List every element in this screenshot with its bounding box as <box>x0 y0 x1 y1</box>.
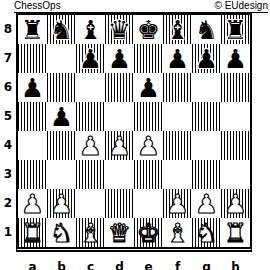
square-e4[interactable]: ♟ <box>134 131 163 160</box>
file-label-h: h <box>221 259 250 270</box>
square-c7[interactable]: ♟ <box>76 44 105 73</box>
piece-black-bishop: ♝ <box>79 17 102 43</box>
square-e5[interactable] <box>134 102 163 131</box>
rank-label-4: 4 <box>0 131 16 160</box>
square-c5[interactable] <box>76 102 105 131</box>
piece-white-pawn: ♟ <box>79 133 102 159</box>
piece-black-pawn: ♟ <box>50 104 73 130</box>
file-label-d: d <box>105 259 134 270</box>
square-e7[interactable] <box>134 44 163 73</box>
square-h4[interactable] <box>221 131 250 160</box>
rank-label-5: 5 <box>0 102 16 131</box>
square-h2[interactable]: ♟ <box>221 189 250 218</box>
square-b3[interactable] <box>47 160 76 189</box>
square-g7[interactable]: ♟ <box>192 44 221 73</box>
square-f3[interactable] <box>163 160 192 189</box>
piece-white-bishop: ♝ <box>166 220 189 246</box>
piece-white-rook: ♜ <box>224 220 247 246</box>
file-labels: abcdefgh <box>18 259 250 270</box>
square-d2[interactable] <box>105 189 134 218</box>
square-b4[interactable] <box>47 131 76 160</box>
square-b2[interactable]: ♟ <box>47 189 76 218</box>
file-label-e: e <box>134 259 163 270</box>
piece-black-bishop: ♝ <box>166 17 189 43</box>
piece-white-pawn: ♟ <box>108 133 131 159</box>
square-e8[interactable]: ♚ <box>134 15 163 44</box>
file-label-a: a <box>18 259 47 270</box>
piece-black-pawn: ♟ <box>137 75 160 101</box>
square-g2[interactable]: ♟ <box>192 189 221 218</box>
square-a3[interactable] <box>18 160 47 189</box>
square-c4[interactable]: ♟ <box>76 131 105 160</box>
square-g8[interactable]: ♞ <box>192 15 221 44</box>
square-d3[interactable] <box>105 160 134 189</box>
square-d7[interactable]: ♟ <box>105 44 134 73</box>
square-g5[interactable] <box>192 102 221 131</box>
square-g6[interactable] <box>192 73 221 102</box>
square-h8[interactable]: ♜ <box>221 15 250 44</box>
square-b5[interactable]: ♟ <box>47 102 76 131</box>
piece-white-pawn: ♟ <box>224 191 247 217</box>
square-f4[interactable] <box>163 131 192 160</box>
square-a7[interactable] <box>18 44 47 73</box>
square-c6[interactable] <box>76 73 105 102</box>
rank-label-6: 6 <box>0 73 16 102</box>
square-a5[interactable] <box>18 102 47 131</box>
square-f2[interactable]: ♟ <box>163 189 192 218</box>
square-g4[interactable] <box>192 131 221 160</box>
square-a2[interactable]: ♟ <box>18 189 47 218</box>
square-f8[interactable]: ♝ <box>163 15 192 44</box>
square-h1[interactable]: ♜ <box>221 218 250 247</box>
header-bar: ChessOps © EUdesign <box>14 0 268 13</box>
rank-label-7: 7 <box>0 44 16 73</box>
piece-white-knight: ♞ <box>50 220 73 246</box>
square-a8[interactable]: ♜ <box>18 15 47 44</box>
file-label-c: c <box>76 259 105 270</box>
piece-black-knight: ♞ <box>195 17 218 43</box>
rank-label-3: 3 <box>0 160 16 189</box>
square-c3[interactable] <box>76 160 105 189</box>
chessops-window: ChessOps © EUdesign 87654321 ♜♞♝♛♚♝♞♜♟♟♟… <box>0 0 270 270</box>
piece-black-pawn: ♟ <box>79 46 102 72</box>
square-b1[interactable]: ♞ <box>47 218 76 247</box>
square-f7[interactable]: ♟ <box>163 44 192 73</box>
file-label-g: g <box>192 259 221 270</box>
piece-white-queen: ♛ <box>108 220 131 246</box>
square-c1[interactable]: ♝ <box>76 218 105 247</box>
square-g3[interactable] <box>192 160 221 189</box>
square-a4[interactable] <box>18 131 47 160</box>
square-e3[interactable] <box>134 160 163 189</box>
square-g1[interactable]: ♞ <box>192 218 221 247</box>
square-f5[interactable] <box>163 102 192 131</box>
square-d5[interactable] <box>105 102 134 131</box>
square-d4[interactable]: ♟ <box>105 131 134 160</box>
piece-black-pawn: ♟ <box>166 46 189 72</box>
square-h6[interactable] <box>221 73 250 102</box>
file-label-f: f <box>163 259 192 270</box>
square-b7[interactable] <box>47 44 76 73</box>
file-label-b: b <box>47 259 76 270</box>
square-h7[interactable]: ♟ <box>221 44 250 73</box>
square-e6[interactable]: ♟ <box>134 73 163 102</box>
piece-black-pawn: ♟ <box>108 46 131 72</box>
piece-white-pawn: ♟ <box>195 191 218 217</box>
square-f6[interactable] <box>163 73 192 102</box>
piece-black-rook: ♜ <box>224 17 247 43</box>
square-h3[interactable] <box>221 160 250 189</box>
rank-labels: 87654321 <box>0 15 16 247</box>
square-a6[interactable]: ♟ <box>18 73 47 102</box>
chess-board: ♜♞♝♛♚♝♞♜♟♟♟♟♟♟♟♟♟♟♟♟♟♟♟♟♜♞♝♛♚♝♞♜ <box>16 13 252 252</box>
square-h5[interactable] <box>221 102 250 131</box>
piece-white-pawn: ♟ <box>166 191 189 217</box>
piece-black-knight: ♞ <box>50 17 73 43</box>
piece-white-knight: ♞ <box>195 220 218 246</box>
piece-black-king: ♚ <box>137 17 160 43</box>
square-d6[interactable] <box>105 73 134 102</box>
rank-label-2: 2 <box>0 189 16 218</box>
piece-black-queen: ♛ <box>108 17 131 43</box>
piece-white-pawn: ♟ <box>50 191 73 217</box>
app-title: ChessOps <box>14 0 61 12</box>
rank-label-8: 8 <box>0 15 16 44</box>
square-c8[interactable]: ♝ <box>76 15 105 44</box>
copyright-label: © EUdesign <box>214 0 268 12</box>
square-b6[interactable] <box>47 73 76 102</box>
piece-black-pawn: ♟ <box>195 46 218 72</box>
piece-black-rook: ♜ <box>21 17 44 43</box>
square-d1[interactable]: ♛ <box>105 218 134 247</box>
square-e1[interactable]: ♚ <box>134 218 163 247</box>
piece-white-king: ♚ <box>137 220 160 246</box>
square-d8[interactable]: ♛ <box>105 15 134 44</box>
square-b8[interactable]: ♞ <box>47 15 76 44</box>
square-a1[interactable]: ♜ <box>18 218 47 247</box>
piece-black-pawn: ♟ <box>21 75 44 101</box>
rank-label-1: 1 <box>0 218 16 247</box>
square-f1[interactable]: ♝ <box>163 218 192 247</box>
piece-white-pawn: ♟ <box>137 133 160 159</box>
piece-white-bishop: ♝ <box>79 220 102 246</box>
square-e2[interactable] <box>134 189 163 218</box>
square-c2[interactable] <box>76 189 105 218</box>
piece-black-pawn: ♟ <box>224 46 247 72</box>
piece-white-rook: ♜ <box>21 220 44 246</box>
piece-white-pawn: ♟ <box>21 191 44 217</box>
